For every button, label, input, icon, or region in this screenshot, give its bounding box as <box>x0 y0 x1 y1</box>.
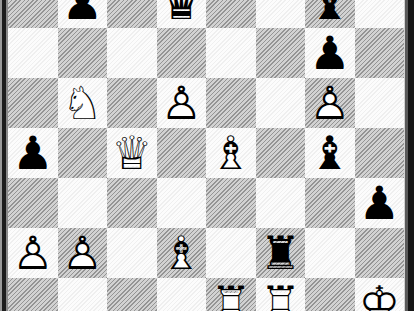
board-left-border <box>0 0 8 311</box>
board-right-border <box>404 0 414 311</box>
square-h1[interactable]: ♚♔ <box>355 278 405 311</box>
square-a5[interactable] <box>8 78 58 128</box>
square-b2[interactable]: ♟♙ <box>58 228 108 278</box>
square-b5[interactable]: ♞♘ <box>58 78 108 128</box>
square-f5[interactable] <box>256 78 306 128</box>
square-g2[interactable] <box>305 228 355 278</box>
square-g1[interactable] <box>305 278 355 311</box>
square-g5[interactable]: ♟♙ <box>305 78 355 128</box>
square-c6[interactable] <box>107 28 157 78</box>
square-c5[interactable] <box>107 78 157 128</box>
chess-diagram-screenshot: ♟♛♝♟♞♘♟♙♟♙♟♛♕♝♗♝♟♟♙♟♙♝♗♜♜♖♜♖♚♔ <box>0 0 414 311</box>
square-d6[interactable] <box>157 28 207 78</box>
chess-board: ♟♛♝♟♞♘♟♙♟♙♟♛♕♝♗♝♟♟♙♟♙♝♗♜♜♖♜♖♚♔ <box>8 0 404 311</box>
square-c1[interactable] <box>107 278 157 311</box>
piece-white-rook: ♜♖ <box>256 278 306 311</box>
piece-white-knight: ♞♘ <box>58 78 108 128</box>
square-e7[interactable] <box>206 0 256 28</box>
piece-black-bishop: ♝ <box>305 128 355 178</box>
square-a1[interactable] <box>8 278 58 311</box>
square-g7[interactable]: ♝ <box>305 0 355 28</box>
square-d4[interactable] <box>157 128 207 178</box>
square-g6[interactable]: ♟ <box>305 28 355 78</box>
square-b1[interactable] <box>58 278 108 311</box>
piece-white-bishop: ♝♗ <box>206 128 256 178</box>
piece-white-pawn: ♟♙ <box>8 228 58 278</box>
square-c2[interactable] <box>107 228 157 278</box>
square-a4[interactable]: ♟ <box>8 128 58 178</box>
square-e4[interactable]: ♝♗ <box>206 128 256 178</box>
square-c4[interactable]: ♛♕ <box>107 128 157 178</box>
square-h7[interactable] <box>355 0 405 28</box>
square-b7[interactable]: ♟ <box>58 0 108 28</box>
square-f7[interactable] <box>256 0 306 28</box>
square-h2[interactable] <box>355 228 405 278</box>
piece-black-pawn: ♟ <box>58 0 108 28</box>
square-b6[interactable] <box>58 28 108 78</box>
square-f6[interactable] <box>256 28 306 78</box>
square-c3[interactable] <box>107 178 157 228</box>
piece-white-pawn: ♟♙ <box>58 228 108 278</box>
piece-white-bishop: ♝♗ <box>157 228 207 278</box>
square-a7[interactable] <box>8 0 58 28</box>
square-e3[interactable] <box>206 178 256 228</box>
piece-black-queen: ♛ <box>157 0 207 28</box>
square-f3[interactable] <box>256 178 306 228</box>
square-h5[interactable] <box>355 78 405 128</box>
square-a3[interactable] <box>8 178 58 228</box>
square-h4[interactable] <box>355 128 405 178</box>
square-e6[interactable] <box>206 28 256 78</box>
square-d7[interactable]: ♛ <box>157 0 207 28</box>
square-g3[interactable] <box>305 178 355 228</box>
piece-black-pawn: ♟ <box>8 128 58 178</box>
piece-black-pawn: ♟ <box>305 28 355 78</box>
square-e1[interactable]: ♜♖ <box>206 278 256 311</box>
piece-white-pawn: ♟♙ <box>305 78 355 128</box>
piece-white-rook: ♜♖ <box>206 278 256 311</box>
square-d5[interactable]: ♟♙ <box>157 78 207 128</box>
square-b3[interactable] <box>58 178 108 228</box>
piece-white-pawn: ♟♙ <box>157 78 207 128</box>
square-a6[interactable] <box>8 28 58 78</box>
piece-white-queen: ♛♕ <box>107 128 157 178</box>
square-d1[interactable] <box>157 278 207 311</box>
square-h3[interactable]: ♟ <box>355 178 405 228</box>
square-h6[interactable] <box>355 28 405 78</box>
square-e5[interactable] <box>206 78 256 128</box>
piece-black-rook: ♜ <box>256 228 306 278</box>
square-f4[interactable] <box>256 128 306 178</box>
square-b4[interactable] <box>58 128 108 178</box>
square-c7[interactable] <box>107 0 157 28</box>
square-f2[interactable]: ♜ <box>256 228 306 278</box>
piece-black-pawn: ♟ <box>355 178 405 228</box>
square-e2[interactable] <box>206 228 256 278</box>
piece-black-bishop: ♝ <box>305 0 355 28</box>
square-f1[interactable]: ♜♖ <box>256 278 306 311</box>
square-g4[interactable]: ♝ <box>305 128 355 178</box>
piece-white-king: ♚♔ <box>355 278 405 311</box>
square-d3[interactable] <box>157 178 207 228</box>
square-a2[interactable]: ♟♙ <box>8 228 58 278</box>
square-d2[interactable]: ♝♗ <box>157 228 207 278</box>
